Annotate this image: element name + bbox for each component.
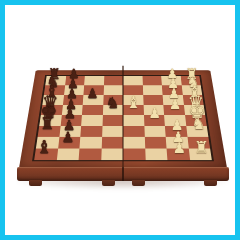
board-front-edge (17, 167, 229, 181)
square-a8[interactable] (45, 76, 65, 85)
board-foot (102, 180, 115, 186)
square-d6[interactable] (103, 95, 123, 105)
square-e6[interactable] (123, 95, 143, 105)
square-h5[interactable] (183, 105, 205, 115)
chess-board[interactable] (19, 70, 227, 168)
square-a5[interactable] (41, 105, 63, 115)
square-d5[interactable] (102, 105, 123, 115)
square-d1[interactable] (101, 148, 123, 160)
square-c4[interactable] (81, 115, 102, 126)
square-c3[interactable] (80, 126, 102, 137)
square-f3[interactable] (144, 126, 166, 137)
square-h1[interactable] (188, 148, 212, 160)
square-b5[interactable] (61, 105, 82, 115)
square-a2[interactable] (36, 137, 59, 149)
square-g7[interactable] (162, 85, 182, 95)
square-d3[interactable] (102, 126, 123, 137)
square-e4[interactable] (123, 115, 144, 126)
square-d8[interactable] (104, 76, 123, 85)
square-a7[interactable] (44, 85, 65, 95)
board-hinge-line (122, 66, 124, 175)
square-e1[interactable] (123, 148, 145, 160)
square-h6[interactable] (182, 95, 203, 105)
square-e3[interactable] (123, 126, 144, 137)
square-c2[interactable] (79, 137, 101, 149)
square-g4[interactable] (164, 115, 186, 126)
square-h8[interactable] (180, 76, 200, 85)
square-b7[interactable] (64, 85, 84, 95)
square-h2[interactable] (187, 137, 210, 149)
board-hinge-front (122, 167, 124, 181)
square-b1[interactable] (56, 148, 79, 160)
square-c1[interactable] (79, 148, 102, 160)
square-c8[interactable] (84, 76, 104, 85)
square-b6[interactable] (63, 95, 84, 105)
square-e2[interactable] (123, 137, 145, 149)
square-g5[interactable] (163, 105, 184, 115)
chess-set: ♜♟♟♜♞♟♟♞♝♟♟♟♝♛♟♞♝♟♛♚♟♟♚♜♟♟♞♟♟♝♟♜ (5, 5, 235, 235)
square-c5[interactable] (82, 105, 103, 115)
square-h4[interactable] (185, 115, 207, 126)
square-a1[interactable] (34, 148, 58, 160)
square-f4[interactable] (144, 115, 165, 126)
square-d7[interactable] (103, 85, 123, 95)
square-c7[interactable] (83, 85, 103, 95)
square-d2[interactable] (101, 137, 123, 149)
square-b4[interactable] (60, 115, 82, 126)
square-f6[interactable] (143, 95, 164, 105)
square-f1[interactable] (145, 148, 168, 160)
square-g6[interactable] (163, 95, 184, 105)
square-f5[interactable] (143, 105, 164, 115)
square-e7[interactable] (123, 85, 143, 95)
square-g3[interactable] (165, 126, 187, 137)
square-b2[interactable] (58, 137, 81, 149)
square-c6[interactable] (83, 95, 104, 105)
square-g8[interactable] (161, 76, 181, 85)
square-a3[interactable] (38, 126, 61, 137)
board-foot (204, 180, 217, 186)
square-g2[interactable] (166, 137, 189, 149)
square-a4[interactable] (39, 115, 61, 126)
square-d4[interactable] (102, 115, 123, 126)
square-a6[interactable] (42, 95, 63, 105)
square-b8[interactable] (65, 76, 85, 85)
square-f2[interactable] (144, 137, 166, 149)
square-h7[interactable] (181, 85, 202, 95)
square-b3[interactable] (59, 126, 81, 137)
square-h3[interactable] (186, 126, 209, 137)
square-g1[interactable] (167, 148, 190, 160)
square-f8[interactable] (142, 76, 162, 85)
square-e5[interactable] (123, 105, 144, 115)
product-photo: ♜♟♟♜♞♟♟♞♝♟♟♟♝♛♟♞♝♟♛♚♟♟♚♜♟♟♞♟♟♝♟♜ (0, 0, 240, 240)
board-foot (29, 180, 42, 186)
square-f7[interactable] (142, 85, 162, 95)
board-foot (132, 180, 145, 186)
square-e8[interactable] (123, 76, 142, 85)
